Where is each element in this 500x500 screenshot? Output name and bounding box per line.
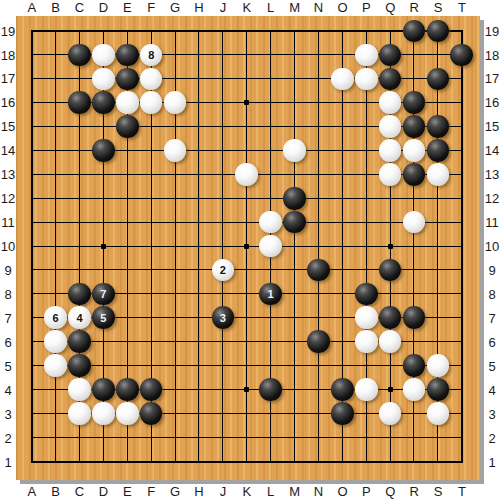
intersection-H12[interactable] <box>187 186 211 210</box>
intersection-E4[interactable] <box>115 377 139 401</box>
intersection-C10[interactable] <box>68 234 92 258</box>
intersection-K5[interactable] <box>235 354 259 378</box>
intersection-O16[interactable] <box>330 91 354 115</box>
intersection-H11[interactable] <box>187 210 211 234</box>
intersection-A6[interactable] <box>20 330 44 354</box>
intersection-M16[interactable] <box>283 91 307 115</box>
intersection-R3[interactable] <box>402 401 426 425</box>
intersection-S13[interactable] <box>426 162 450 186</box>
intersection-K16[interactable] <box>235 91 259 115</box>
intersection-Q11[interactable] <box>378 210 402 234</box>
intersection-J15[interactable] <box>211 115 235 139</box>
intersection-D7[interactable]: 5 <box>91 306 115 330</box>
intersection-L3[interactable] <box>259 401 283 425</box>
intersection-R19[interactable] <box>402 19 426 43</box>
intersection-M10[interactable] <box>283 234 307 258</box>
intersection-K17[interactable] <box>235 67 259 91</box>
intersection-G13[interactable] <box>163 162 187 186</box>
intersection-S1[interactable] <box>426 449 450 473</box>
intersection-F2[interactable] <box>139 425 163 449</box>
intersection-O3[interactable] <box>330 401 354 425</box>
intersection-G2[interactable] <box>163 425 187 449</box>
intersection-L13[interactable] <box>259 162 283 186</box>
intersection-S7[interactable] <box>426 306 450 330</box>
intersection-B16[interactable] <box>44 91 68 115</box>
intersection-K18[interactable] <box>235 43 259 67</box>
intersection-F6[interactable] <box>139 330 163 354</box>
intersection-E7[interactable] <box>115 306 139 330</box>
intersection-G5[interactable] <box>163 354 187 378</box>
intersection-N18[interactable] <box>306 43 330 67</box>
intersection-R7[interactable] <box>402 306 426 330</box>
intersection-H2[interactable] <box>187 425 211 449</box>
intersection-Q4[interactable] <box>378 377 402 401</box>
intersection-A15[interactable] <box>20 115 44 139</box>
intersection-P11[interactable] <box>354 210 378 234</box>
intersection-G8[interactable] <box>163 282 187 306</box>
intersection-P17[interactable] <box>354 67 378 91</box>
intersection-J8[interactable] <box>211 282 235 306</box>
intersection-E10[interactable] <box>115 234 139 258</box>
intersection-Q1[interactable] <box>378 449 402 473</box>
intersection-O4[interactable] <box>330 377 354 401</box>
intersection-P15[interactable] <box>354 115 378 139</box>
intersection-C11[interactable] <box>68 210 92 234</box>
intersection-M14[interactable] <box>283 139 307 163</box>
intersection-N6[interactable] <box>306 330 330 354</box>
intersection-K15[interactable] <box>235 115 259 139</box>
intersection-E16[interactable] <box>115 91 139 115</box>
intersection-N2[interactable] <box>306 425 330 449</box>
intersection-A5[interactable] <box>20 354 44 378</box>
intersection-M19[interactable] <box>283 19 307 43</box>
intersection-M8[interactable] <box>283 282 307 306</box>
intersection-L1[interactable] <box>259 449 283 473</box>
intersection-K1[interactable] <box>235 449 259 473</box>
intersection-T18[interactable] <box>450 43 474 67</box>
intersection-K3[interactable] <box>235 401 259 425</box>
intersection-N16[interactable] <box>306 91 330 115</box>
intersection-O15[interactable] <box>330 115 354 139</box>
intersection-R1[interactable] <box>402 449 426 473</box>
intersection-T12[interactable] <box>450 186 474 210</box>
intersection-J11[interactable] <box>211 210 235 234</box>
intersection-N13[interactable] <box>306 162 330 186</box>
intersection-H16[interactable] <box>187 91 211 115</box>
intersection-R10[interactable] <box>402 234 426 258</box>
intersection-D14[interactable] <box>91 139 115 163</box>
intersection-D15[interactable] <box>91 115 115 139</box>
intersection-K10[interactable] <box>235 234 259 258</box>
intersection-T17[interactable] <box>450 67 474 91</box>
intersection-S12[interactable] <box>426 186 450 210</box>
intersection-P4[interactable] <box>354 377 378 401</box>
intersection-Q9[interactable] <box>378 258 402 282</box>
intersection-A19[interactable] <box>20 19 44 43</box>
intersection-E15[interactable] <box>115 115 139 139</box>
intersection-N7[interactable] <box>306 306 330 330</box>
intersection-T1[interactable] <box>450 449 474 473</box>
intersection-T7[interactable] <box>450 306 474 330</box>
intersection-O1[interactable] <box>330 449 354 473</box>
intersection-C2[interactable] <box>68 425 92 449</box>
intersection-M3[interactable] <box>283 401 307 425</box>
intersection-H14[interactable] <box>187 139 211 163</box>
intersection-H7[interactable] <box>187 306 211 330</box>
intersection-O5[interactable] <box>330 354 354 378</box>
intersection-H5[interactable] <box>187 354 211 378</box>
intersection-E18[interactable] <box>115 43 139 67</box>
intersection-D3[interactable] <box>91 401 115 425</box>
intersection-E6[interactable] <box>115 330 139 354</box>
intersection-K7[interactable] <box>235 306 259 330</box>
intersection-J13[interactable] <box>211 162 235 186</box>
intersection-A7[interactable] <box>20 306 44 330</box>
intersection-M4[interactable] <box>283 377 307 401</box>
intersection-L12[interactable] <box>259 186 283 210</box>
intersection-E12[interactable] <box>115 186 139 210</box>
intersection-C3[interactable] <box>68 401 92 425</box>
intersection-M13[interactable] <box>283 162 307 186</box>
intersection-P8[interactable] <box>354 282 378 306</box>
intersection-J19[interactable] <box>211 19 235 43</box>
intersection-B15[interactable] <box>44 115 68 139</box>
intersection-E11[interactable] <box>115 210 139 234</box>
intersection-O8[interactable] <box>330 282 354 306</box>
intersection-S10[interactable] <box>426 234 450 258</box>
intersection-Q16[interactable] <box>378 91 402 115</box>
intersection-G9[interactable] <box>163 258 187 282</box>
intersection-J4[interactable] <box>211 377 235 401</box>
intersection-A12[interactable] <box>20 186 44 210</box>
intersection-Q12[interactable] <box>378 186 402 210</box>
intersection-E13[interactable] <box>115 162 139 186</box>
intersection-C18[interactable] <box>68 43 92 67</box>
intersection-O12[interactable] <box>330 186 354 210</box>
intersection-F16[interactable] <box>139 91 163 115</box>
intersection-D10[interactable] <box>91 234 115 258</box>
intersection-P9[interactable] <box>354 258 378 282</box>
intersection-R16[interactable] <box>402 91 426 115</box>
intersection-A2[interactable] <box>20 425 44 449</box>
intersection-G18[interactable] <box>163 43 187 67</box>
intersection-D11[interactable] <box>91 210 115 234</box>
intersection-C17[interactable] <box>68 67 92 91</box>
intersection-J3[interactable] <box>211 401 235 425</box>
intersection-S17[interactable] <box>426 67 450 91</box>
intersection-H8[interactable] <box>187 282 211 306</box>
intersection-Q5[interactable] <box>378 354 402 378</box>
intersection-F18[interactable]: 8 <box>139 43 163 67</box>
intersection-D18[interactable] <box>91 43 115 67</box>
intersection-P16[interactable] <box>354 91 378 115</box>
intersection-T4[interactable] <box>450 377 474 401</box>
intersection-S18[interactable] <box>426 43 450 67</box>
intersection-K19[interactable] <box>235 19 259 43</box>
intersection-D8[interactable]: 7 <box>91 282 115 306</box>
intersection-S8[interactable] <box>426 282 450 306</box>
intersection-L7[interactable] <box>259 306 283 330</box>
intersection-T19[interactable] <box>450 19 474 43</box>
intersection-C7[interactable]: 4 <box>68 306 92 330</box>
intersection-R11[interactable] <box>402 210 426 234</box>
intersection-L18[interactable] <box>259 43 283 67</box>
intersection-J1[interactable] <box>211 449 235 473</box>
intersection-C13[interactable] <box>68 162 92 186</box>
intersection-B3[interactable] <box>44 401 68 425</box>
intersection-N19[interactable] <box>306 19 330 43</box>
intersection-C14[interactable] <box>68 139 92 163</box>
intersection-B4[interactable] <box>44 377 68 401</box>
intersection-Q8[interactable] <box>378 282 402 306</box>
intersection-A9[interactable] <box>20 258 44 282</box>
intersection-J10[interactable] <box>211 234 235 258</box>
intersection-L11[interactable] <box>259 210 283 234</box>
intersection-L9[interactable] <box>259 258 283 282</box>
intersection-E8[interactable] <box>115 282 139 306</box>
intersection-H19[interactable] <box>187 19 211 43</box>
intersection-H17[interactable] <box>187 67 211 91</box>
intersection-N14[interactable] <box>306 139 330 163</box>
intersection-C19[interactable] <box>68 19 92 43</box>
intersection-P19[interactable] <box>354 19 378 43</box>
intersection-L4[interactable] <box>259 377 283 401</box>
intersection-C12[interactable] <box>68 186 92 210</box>
intersection-D19[interactable] <box>91 19 115 43</box>
intersection-K11[interactable] <box>235 210 259 234</box>
intersection-L5[interactable] <box>259 354 283 378</box>
intersection-G4[interactable] <box>163 377 187 401</box>
intersection-O17[interactable] <box>330 67 354 91</box>
intersection-K8[interactable] <box>235 282 259 306</box>
intersection-F11[interactable] <box>139 210 163 234</box>
intersection-O11[interactable] <box>330 210 354 234</box>
intersection-C4[interactable] <box>68 377 92 401</box>
intersection-M1[interactable] <box>283 449 307 473</box>
intersection-Q7[interactable] <box>378 306 402 330</box>
intersection-L8[interactable]: 1 <box>259 282 283 306</box>
intersection-D16[interactable] <box>91 91 115 115</box>
intersection-O9[interactable] <box>330 258 354 282</box>
intersection-G19[interactable] <box>163 19 187 43</box>
intersection-Q18[interactable] <box>378 43 402 67</box>
intersection-C1[interactable] <box>68 449 92 473</box>
intersection-D4[interactable] <box>91 377 115 401</box>
intersection-E2[interactable] <box>115 425 139 449</box>
intersection-J2[interactable] <box>211 425 235 449</box>
intersection-R17[interactable] <box>402 67 426 91</box>
intersection-B17[interactable] <box>44 67 68 91</box>
intersection-F14[interactable] <box>139 139 163 163</box>
intersection-M6[interactable] <box>283 330 307 354</box>
intersection-N10[interactable] <box>306 234 330 258</box>
intersection-K2[interactable] <box>235 425 259 449</box>
intersection-H4[interactable] <box>187 377 211 401</box>
intersection-R5[interactable] <box>402 354 426 378</box>
intersection-D5[interactable] <box>91 354 115 378</box>
intersection-O6[interactable] <box>330 330 354 354</box>
intersection-A14[interactable] <box>20 139 44 163</box>
intersection-P1[interactable] <box>354 449 378 473</box>
intersection-E1[interactable] <box>115 449 139 473</box>
intersection-O2[interactable] <box>330 425 354 449</box>
intersection-D2[interactable] <box>91 425 115 449</box>
intersection-M9[interactable] <box>283 258 307 282</box>
intersection-S14[interactable] <box>426 139 450 163</box>
intersection-T3[interactable] <box>450 401 474 425</box>
intersection-A1[interactable] <box>20 449 44 473</box>
intersection-G7[interactable] <box>163 306 187 330</box>
intersection-O18[interactable] <box>330 43 354 67</box>
intersection-K6[interactable] <box>235 330 259 354</box>
intersection-B1[interactable] <box>44 449 68 473</box>
intersection-F1[interactable] <box>139 449 163 473</box>
intersection-R15[interactable] <box>402 115 426 139</box>
intersection-N12[interactable] <box>306 186 330 210</box>
intersection-F12[interactable] <box>139 186 163 210</box>
intersection-A13[interactable] <box>20 162 44 186</box>
intersection-F5[interactable] <box>139 354 163 378</box>
intersection-D13[interactable] <box>91 162 115 186</box>
intersection-N8[interactable] <box>306 282 330 306</box>
intersection-O13[interactable] <box>330 162 354 186</box>
intersection-G3[interactable] <box>163 401 187 425</box>
intersection-C9[interactable] <box>68 258 92 282</box>
intersection-Q19[interactable] <box>378 19 402 43</box>
intersection-G12[interactable] <box>163 186 187 210</box>
intersection-M2[interactable] <box>283 425 307 449</box>
intersection-H6[interactable] <box>187 330 211 354</box>
intersection-K9[interactable] <box>235 258 259 282</box>
intersection-B9[interactable] <box>44 258 68 282</box>
intersection-K12[interactable] <box>235 186 259 210</box>
intersection-B10[interactable] <box>44 234 68 258</box>
intersection-C15[interactable] <box>68 115 92 139</box>
intersection-J9[interactable]: 2 <box>211 258 235 282</box>
intersection-J6[interactable] <box>211 330 235 354</box>
intersection-Q17[interactable] <box>378 67 402 91</box>
intersection-L10[interactable] <box>259 234 283 258</box>
intersection-R4[interactable] <box>402 377 426 401</box>
intersection-P2[interactable] <box>354 425 378 449</box>
intersection-Q10[interactable] <box>378 234 402 258</box>
intersection-B7[interactable]: 6 <box>44 306 68 330</box>
intersection-Q6[interactable] <box>378 330 402 354</box>
intersection-T10[interactable] <box>450 234 474 258</box>
intersection-N1[interactable] <box>306 449 330 473</box>
intersection-L17[interactable] <box>259 67 283 91</box>
intersection-J14[interactable] <box>211 139 235 163</box>
intersection-R12[interactable] <box>402 186 426 210</box>
intersection-L16[interactable] <box>259 91 283 115</box>
intersection-M7[interactable] <box>283 306 307 330</box>
intersection-K14[interactable] <box>235 139 259 163</box>
intersection-F9[interactable] <box>139 258 163 282</box>
intersection-B11[interactable] <box>44 210 68 234</box>
intersection-A3[interactable] <box>20 401 44 425</box>
intersection-T5[interactable] <box>450 354 474 378</box>
intersection-B14[interactable] <box>44 139 68 163</box>
intersection-N3[interactable] <box>306 401 330 425</box>
intersection-G6[interactable] <box>163 330 187 354</box>
intersection-L19[interactable] <box>259 19 283 43</box>
intersection-J18[interactable] <box>211 43 235 67</box>
intersection-T9[interactable] <box>450 258 474 282</box>
intersection-R13[interactable] <box>402 162 426 186</box>
intersection-D1[interactable] <box>91 449 115 473</box>
intersection-O7[interactable] <box>330 306 354 330</box>
intersection-T2[interactable] <box>450 425 474 449</box>
intersection-Q3[interactable] <box>378 401 402 425</box>
intersection-E9[interactable] <box>115 258 139 282</box>
intersection-F10[interactable] <box>139 234 163 258</box>
intersection-F4[interactable] <box>139 377 163 401</box>
intersection-P12[interactable] <box>354 186 378 210</box>
intersection-L15[interactable] <box>259 115 283 139</box>
intersection-N9[interactable] <box>306 258 330 282</box>
intersection-A4[interactable] <box>20 377 44 401</box>
intersection-S4[interactable] <box>426 377 450 401</box>
intersection-L2[interactable] <box>259 425 283 449</box>
intersection-A11[interactable] <box>20 210 44 234</box>
intersection-N4[interactable] <box>306 377 330 401</box>
intersection-D17[interactable] <box>91 67 115 91</box>
intersection-B8[interactable] <box>44 282 68 306</box>
intersection-M5[interactable] <box>283 354 307 378</box>
intersection-R2[interactable] <box>402 425 426 449</box>
intersection-A16[interactable] <box>20 91 44 115</box>
intersection-A17[interactable] <box>20 67 44 91</box>
intersection-C8[interactable] <box>68 282 92 306</box>
intersection-D12[interactable] <box>91 186 115 210</box>
intersection-S6[interactable] <box>426 330 450 354</box>
intersection-R18[interactable] <box>402 43 426 67</box>
intersection-S2[interactable] <box>426 425 450 449</box>
intersection-A8[interactable] <box>20 282 44 306</box>
intersection-R8[interactable] <box>402 282 426 306</box>
intersection-T13[interactable] <box>450 162 474 186</box>
intersection-B12[interactable] <box>44 186 68 210</box>
intersection-O10[interactable] <box>330 234 354 258</box>
intersection-T8[interactable] <box>450 282 474 306</box>
intersection-H3[interactable] <box>187 401 211 425</box>
intersection-F17[interactable] <box>139 67 163 91</box>
intersection-F8[interactable] <box>139 282 163 306</box>
intersection-J17[interactable] <box>211 67 235 91</box>
intersection-F19[interactable] <box>139 19 163 43</box>
intersection-C6[interactable] <box>68 330 92 354</box>
intersection-D9[interactable] <box>91 258 115 282</box>
intersection-Q2[interactable] <box>378 425 402 449</box>
intersection-J5[interactable] <box>211 354 235 378</box>
intersection-P6[interactable] <box>354 330 378 354</box>
intersection-M18[interactable] <box>283 43 307 67</box>
intersection-M11[interactable] <box>283 210 307 234</box>
intersection-T15[interactable] <box>450 115 474 139</box>
intersection-P3[interactable] <box>354 401 378 425</box>
intersection-F15[interactable] <box>139 115 163 139</box>
intersection-R6[interactable] <box>402 330 426 354</box>
intersection-H10[interactable] <box>187 234 211 258</box>
intersection-S9[interactable] <box>426 258 450 282</box>
intersection-Q15[interactable] <box>378 115 402 139</box>
intersection-Q13[interactable] <box>378 162 402 186</box>
intersection-S16[interactable] <box>426 91 450 115</box>
intersection-T6[interactable] <box>450 330 474 354</box>
intersection-O19[interactable] <box>330 19 354 43</box>
intersection-T16[interactable] <box>450 91 474 115</box>
intersection-J7[interactable]: 3 <box>211 306 235 330</box>
